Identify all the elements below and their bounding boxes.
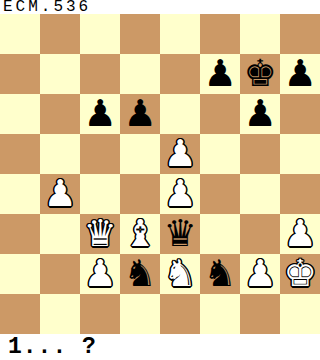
square-d4[interactable] <box>120 174 160 214</box>
square-g3[interactable] <box>240 214 280 254</box>
square-b2[interactable] <box>40 254 80 294</box>
white-pawn[interactable]: ♟ <box>163 134 196 174</box>
white-pawn[interactable]: ♟ <box>163 174 196 214</box>
square-b4[interactable]: ♟ <box>40 174 80 214</box>
square-d5[interactable] <box>120 134 160 174</box>
square-c5[interactable] <box>80 134 120 174</box>
square-g6[interactable]: ♟ <box>240 94 280 134</box>
puzzle-id: ECM.536 <box>3 0 91 14</box>
square-a2[interactable] <box>0 254 40 294</box>
square-g8[interactable] <box>240 14 280 54</box>
square-h7[interactable]: ♟ <box>280 54 320 94</box>
chess-board: ♟♚♟♟♟♟♟♟♟♛♝♛♟♟♞♞♞♟♚ <box>0 14 320 334</box>
white-queen[interactable]: ♛ <box>83 214 116 254</box>
square-c2[interactable]: ♟ <box>80 254 120 294</box>
square-f1[interactable] <box>200 294 240 334</box>
square-e7[interactable] <box>160 54 200 94</box>
square-a4[interactable] <box>0 174 40 214</box>
square-c6[interactable]: ♟ <box>80 94 120 134</box>
black-pawn[interactable]: ♟ <box>83 94 116 134</box>
black-pawn[interactable]: ♟ <box>123 94 156 134</box>
square-f5[interactable] <box>200 134 240 174</box>
square-d1[interactable] <box>120 294 160 334</box>
white-pawn[interactable]: ♟ <box>243 254 276 294</box>
square-d2[interactable]: ♞ <box>120 254 160 294</box>
square-h1[interactable] <box>280 294 320 334</box>
white-pawn[interactable]: ♟ <box>83 254 116 294</box>
square-b5[interactable] <box>40 134 80 174</box>
white-pawn[interactable]: ♟ <box>283 214 316 254</box>
white-knight[interactable]: ♞ <box>163 254 196 294</box>
square-a3[interactable] <box>0 214 40 254</box>
white-king[interactable]: ♚ <box>283 254 316 294</box>
square-g1[interactable] <box>240 294 280 334</box>
square-e8[interactable] <box>160 14 200 54</box>
square-e6[interactable] <box>160 94 200 134</box>
square-f6[interactable] <box>200 94 240 134</box>
white-pawn[interactable]: ♟ <box>43 174 76 214</box>
square-c4[interactable] <box>80 174 120 214</box>
square-f2[interactable]: ♞ <box>200 254 240 294</box>
square-e1[interactable] <box>160 294 200 334</box>
square-c7[interactable] <box>80 54 120 94</box>
square-h6[interactable] <box>280 94 320 134</box>
square-f4[interactable] <box>200 174 240 214</box>
square-a6[interactable] <box>0 94 40 134</box>
square-h4[interactable] <box>280 174 320 214</box>
black-knight[interactable]: ♞ <box>123 254 156 294</box>
black-queen[interactable]: ♛ <box>163 214 196 254</box>
square-g2[interactable]: ♟ <box>240 254 280 294</box>
square-c8[interactable] <box>80 14 120 54</box>
square-g7[interactable]: ♚ <box>240 54 280 94</box>
white-bishop[interactable]: ♝ <box>123 214 156 254</box>
square-g5[interactable] <box>240 134 280 174</box>
square-d7[interactable] <box>120 54 160 94</box>
square-b6[interactable] <box>40 94 80 134</box>
black-pawn[interactable]: ♟ <box>283 54 316 94</box>
square-g4[interactable] <box>240 174 280 214</box>
black-pawn[interactable]: ♟ <box>243 94 276 134</box>
square-a5[interactable] <box>0 134 40 174</box>
square-a1[interactable] <box>0 294 40 334</box>
square-h8[interactable] <box>280 14 320 54</box>
black-king[interactable]: ♚ <box>243 54 276 94</box>
square-c3[interactable]: ♛ <box>80 214 120 254</box>
square-a7[interactable] <box>0 54 40 94</box>
move-prompt: 1... ? <box>8 335 97 360</box>
black-knight[interactable]: ♞ <box>203 254 236 294</box>
square-d3[interactable]: ♝ <box>120 214 160 254</box>
square-e4[interactable]: ♟ <box>160 174 200 214</box>
square-b1[interactable] <box>40 294 80 334</box>
square-e2[interactable]: ♞ <box>160 254 200 294</box>
square-d6[interactable]: ♟ <box>120 94 160 134</box>
square-d8[interactable] <box>120 14 160 54</box>
square-e3[interactable]: ♛ <box>160 214 200 254</box>
square-e5[interactable]: ♟ <box>160 134 200 174</box>
square-b8[interactable] <box>40 14 80 54</box>
square-f3[interactable] <box>200 214 240 254</box>
square-b3[interactable] <box>40 214 80 254</box>
square-h5[interactable] <box>280 134 320 174</box>
square-h2[interactable]: ♚ <box>280 254 320 294</box>
square-h3[interactable]: ♟ <box>280 214 320 254</box>
square-f8[interactable] <box>200 14 240 54</box>
square-c1[interactable] <box>80 294 120 334</box>
square-b7[interactable] <box>40 54 80 94</box>
black-pawn[interactable]: ♟ <box>203 54 236 94</box>
square-a8[interactable] <box>0 14 40 54</box>
square-f7[interactable]: ♟ <box>200 54 240 94</box>
